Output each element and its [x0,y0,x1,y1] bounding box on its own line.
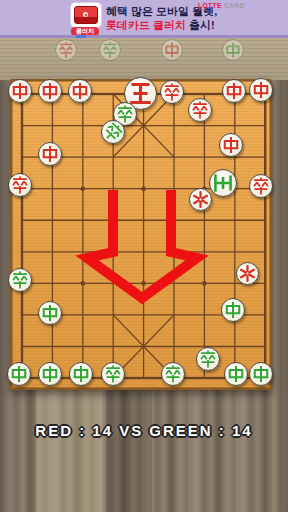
ad-progress-marker [76,35,86,38]
wallet-icon [74,6,98,24]
piece-green-zu[interactable] [196,347,220,371]
app-screen: 클러치 혜택 많은 모바일 월렛, 롯데카드 클러치 출시! LOTTE CAR… [0,0,288,512]
background-plank-light [36,388,102,512]
board-grid [12,81,274,392]
piece-red-zhong[interactable] [38,142,62,166]
ad-banner[interactable]: 클러치 혜택 많은 모바일 월렛, 롯데카드 클러치 출시! LOTTE CAR… [0,0,288,38]
score-text: RED : 14 VS GREEN : 14 [0,422,288,439]
faded-piece-red-zhong [161,39,183,61]
piece-red-zu[interactable] [188,98,212,122]
piece-green-zhong[interactable] [7,362,31,386]
piece-green-zu[interactable] [161,362,185,386]
piece-green-wang[interactable] [209,169,237,197]
piece-red-star[interactable] [236,262,259,285]
ad-headline-line2: 롯데카드 클러치 출시! [106,18,256,32]
piece-green-zhong[interactable] [38,362,62,386]
piece-red-zu[interactable] [249,174,273,198]
piece-green-zhong[interactable] [69,362,93,386]
wallet-clasp-icon [83,12,88,17]
piece-green-zhong[interactable] [249,362,273,386]
piece-green-zu[interactable] [8,268,32,292]
piece-red-zhong[interactable] [222,79,246,103]
piece-red-zhong[interactable] [249,78,273,102]
piece-red-zu[interactable] [8,173,32,197]
piece-red-zhong[interactable] [219,133,243,157]
piece-green-zhong[interactable] [38,301,62,325]
piece-red-zhong[interactable] [8,79,32,103]
ad-bottom-strip [0,35,288,38]
game-board[interactable] [10,79,272,390]
ad-wallet-app-icon[interactable] [70,2,102,28]
piece-green-zhong[interactable] [221,298,245,322]
piece-green-zu[interactable] [101,120,125,144]
background-wood-upper [0,36,288,82]
piece-red-star[interactable] [189,188,212,211]
faded-piece-green-zhong [222,39,244,61]
piece-red-zhong[interactable] [68,79,92,103]
piece-red-zhong[interactable] [38,79,62,103]
background-plank-dark [106,388,152,512]
piece-green-zu[interactable] [101,362,125,386]
faded-piece-green-zu [99,39,121,61]
faded-piece-red-zu [55,39,77,61]
lotte-card-logo: LOTTE CARD [198,2,245,9]
piece-red-zu[interactable] [160,80,184,104]
piece-green-zhong[interactable] [224,362,248,386]
